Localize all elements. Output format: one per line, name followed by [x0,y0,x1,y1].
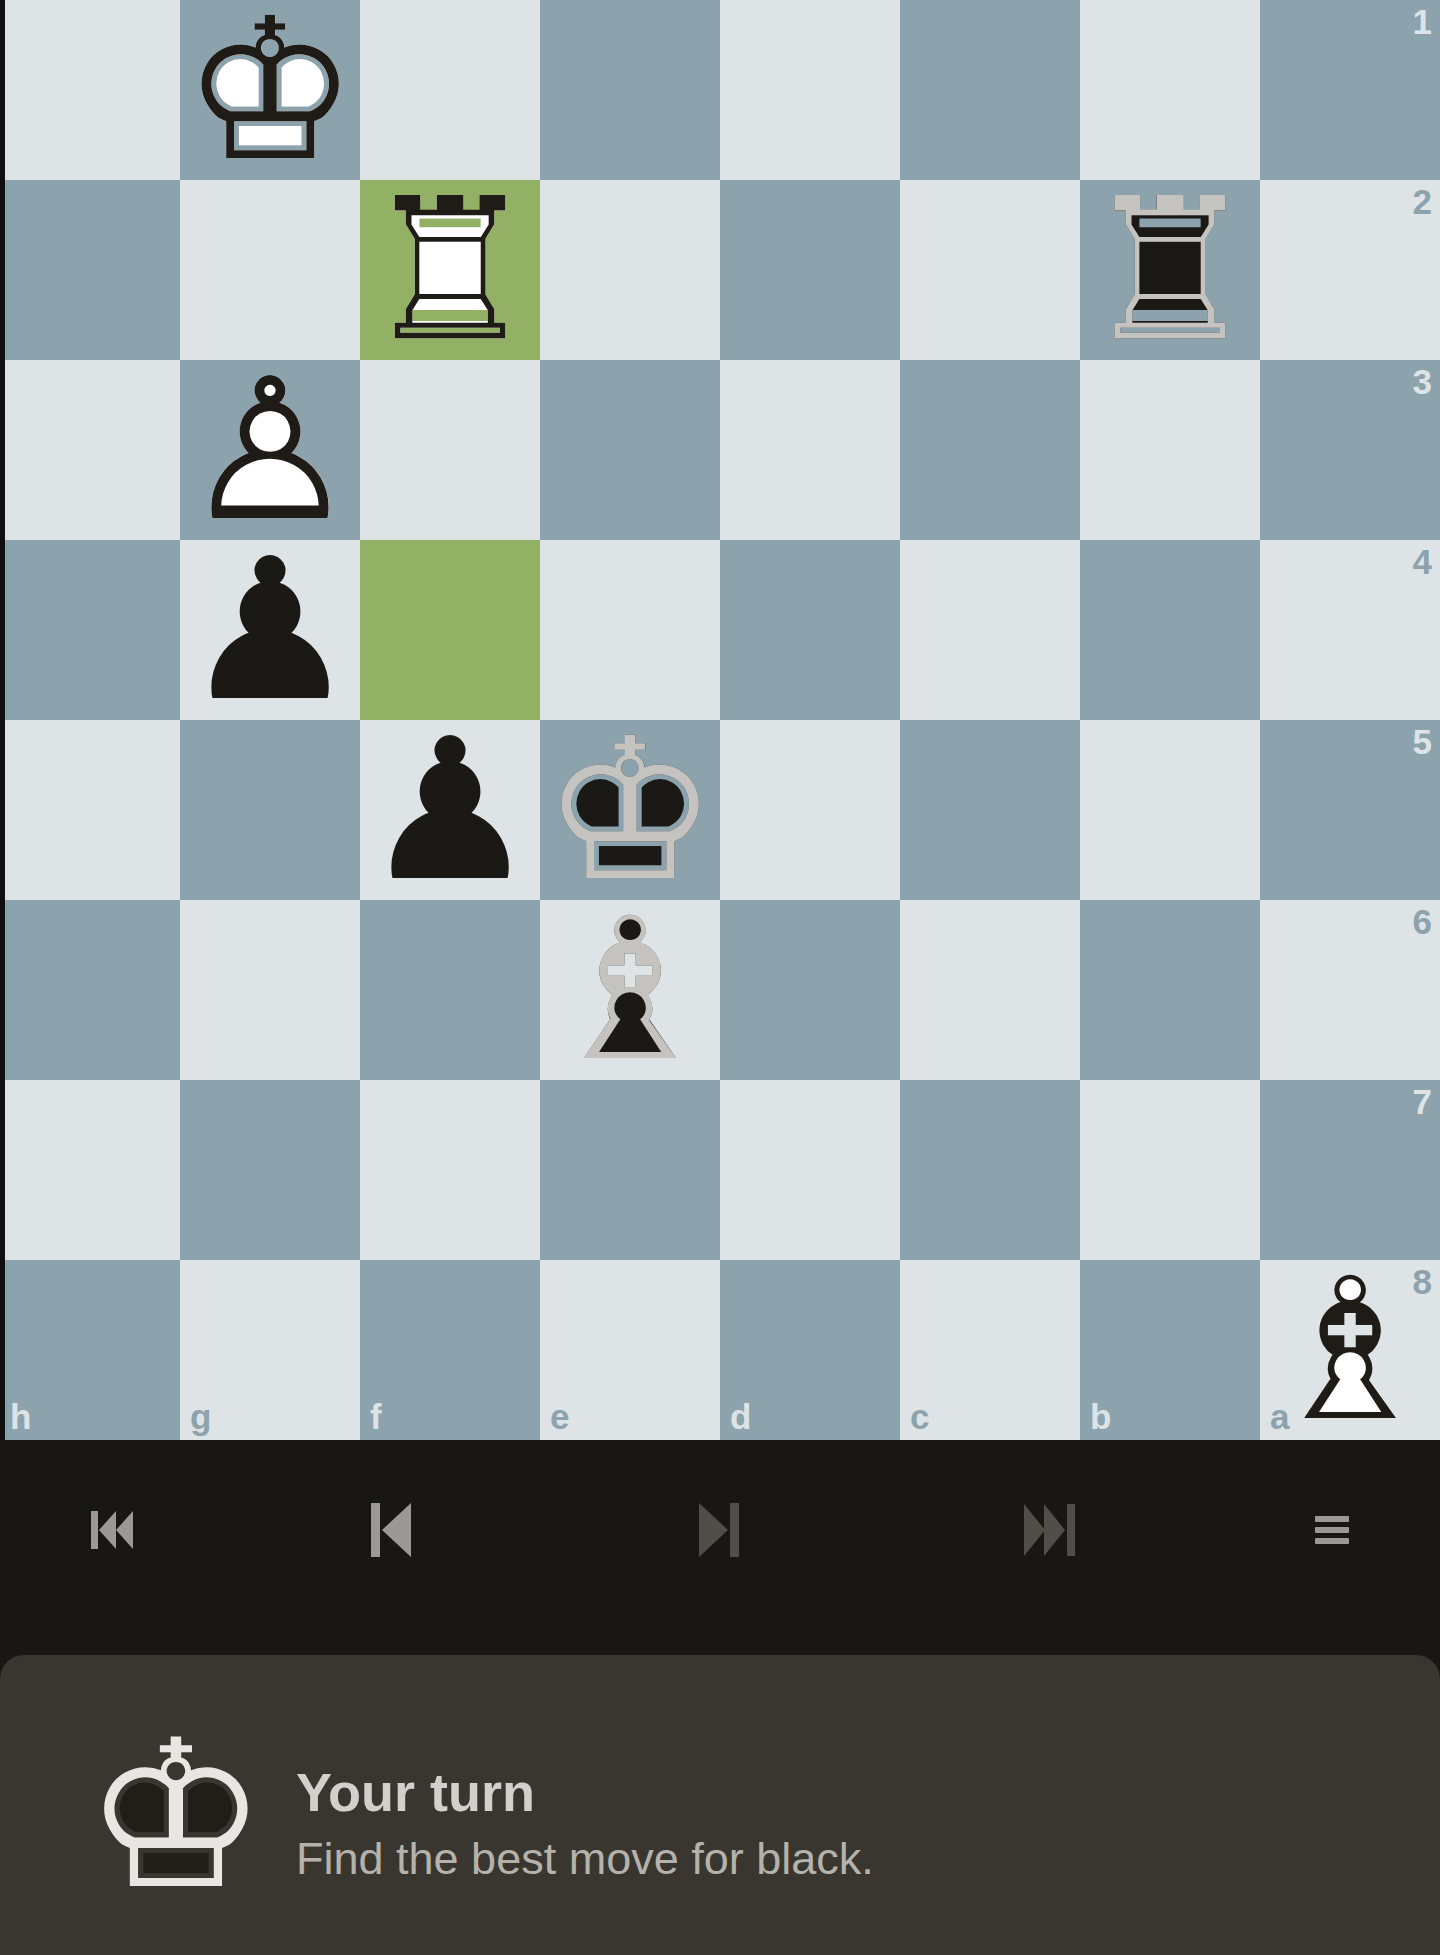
chess-board[interactable]: ♚♔1♜♖♜♖2♟♙3♟4♟♚♔5♝♗67hgfedcb8a♝♗ [0,0,1440,1440]
square-a4[interactable]: 4 [1260,540,1440,720]
square-e2[interactable] [540,180,720,360]
bottom-chrome: ♚♔ Your turn Find the best move for blac… [0,1440,1440,1955]
skip-to-start-icon [90,1510,134,1550]
rank-label-7: 7 [1413,1084,1432,1119]
square-c6[interactable] [900,900,1080,1080]
square-a7[interactable]: 7 [1260,1080,1440,1260]
rank-label-1: 1 [1413,4,1432,39]
square-g5[interactable] [180,720,360,900]
black-king-icon: ♚♔ [84,1735,244,1895]
square-f4[interactable] [360,540,540,720]
square-e7[interactable] [540,1080,720,1260]
square-c3[interactable] [900,360,1080,540]
rank-label-5: 5 [1413,724,1432,759]
rank-label-3: 3 [1413,364,1432,399]
square-g2[interactable] [180,180,360,360]
square-b5[interactable] [1080,720,1260,900]
left-bezel [0,0,5,1440]
square-f5[interactable]: ♟ [360,720,540,900]
square-e8[interactable]: e [540,1260,720,1440]
file-label-g: g [190,1399,211,1434]
square-d7[interactable] [720,1080,900,1260]
rank-label-6: 6 [1413,904,1432,939]
white-rook[interactable]: ♜♖ [360,180,540,360]
square-a6[interactable]: 6 [1260,900,1440,1080]
file-label-h: h [10,1399,31,1434]
skip-to-end-icon [1023,1504,1081,1556]
square-h8[interactable]: h [0,1260,180,1440]
square-d3[interactable] [720,360,900,540]
hamburger-menu-icon [1315,1516,1349,1544]
square-f7[interactable] [360,1080,540,1260]
square-c2[interactable] [900,180,1080,360]
square-g3[interactable]: ♟♙ [180,360,360,540]
square-d5[interactable] [720,720,900,900]
white-king[interactable]: ♚♔ [180,0,360,180]
square-d4[interactable] [720,540,900,720]
black-king[interactable]: ♚♔ [540,720,720,900]
square-c1[interactable] [900,0,1080,180]
square-b6[interactable] [1080,900,1260,1080]
status-subtitle: Find the best move for black. [296,1833,874,1885]
square-e4[interactable] [540,540,720,720]
black-bishop[interactable]: ♝♗ [540,900,720,1080]
square-h6[interactable] [0,900,180,1080]
square-g8[interactable]: g [180,1260,360,1440]
square-h1[interactable] [0,0,180,180]
square-h4[interactable] [0,540,180,720]
square-a3[interactable]: 3 [1260,360,1440,540]
status-title: Your turn [296,1763,535,1822]
file-label-d: d [730,1399,751,1434]
square-d6[interactable] [720,900,900,1080]
next-move-button[interactable] [660,1470,780,1590]
square-c4[interactable] [900,540,1080,720]
square-e5[interactable]: ♚♔ [540,720,720,900]
square-g7[interactable] [180,1080,360,1260]
square-a8[interactable]: 8a♝♗ [1260,1260,1440,1440]
square-f8[interactable]: f [360,1260,540,1440]
square-d8[interactable]: d [720,1260,900,1440]
black-pawn[interactable]: ♟ [360,720,540,900]
step-back-icon [369,1503,411,1557]
square-c8[interactable]: c [900,1260,1080,1440]
file-label-c: c [910,1399,929,1434]
square-h2[interactable] [0,180,180,360]
square-a5[interactable]: 5 [1260,720,1440,900]
file-label-e: e [550,1399,569,1434]
square-b2[interactable]: ♜♖ [1080,180,1260,360]
square-b8[interactable]: b [1080,1260,1260,1440]
square-f2[interactable]: ♜♖ [360,180,540,360]
square-b7[interactable] [1080,1080,1260,1260]
board-menu-button[interactable] [1272,1470,1392,1590]
square-e1[interactable] [540,0,720,180]
white-pawn[interactable]: ♟♙ [180,360,360,540]
square-a2[interactable]: 2 [1260,180,1440,360]
square-g1[interactable]: ♚♔ [180,0,360,180]
square-g4[interactable]: ♟ [180,540,360,720]
black-pawn[interactable]: ♟ [180,540,360,720]
square-h7[interactable] [0,1080,180,1260]
square-b3[interactable] [1080,360,1260,540]
square-g6[interactable] [180,900,360,1080]
square-f3[interactable] [360,360,540,540]
status-panel: ♚♔ Your turn Find the best move for blac… [0,1655,1440,1955]
white-bishop[interactable]: ♝♗ [1260,1260,1440,1440]
square-b4[interactable] [1080,540,1260,720]
square-f6[interactable] [360,900,540,1080]
square-a1[interactable]: 1 [1260,0,1440,180]
square-h5[interactable] [0,720,180,900]
square-b1[interactable] [1080,0,1260,180]
step-forward-icon [699,1503,741,1557]
previous-move-button[interactable] [330,1470,450,1590]
square-h3[interactable] [0,360,180,540]
file-label-f: f [370,1399,382,1434]
square-c7[interactable] [900,1080,1080,1260]
square-e6[interactable]: ♝♗ [540,900,720,1080]
file-label-b: b [1090,1399,1111,1434]
square-d1[interactable] [720,0,900,180]
last-move-button[interactable] [992,1470,1112,1590]
square-d2[interactable] [720,180,900,360]
black-rook[interactable]: ♜♖ [1080,180,1260,360]
rank-label-2: 2 [1413,184,1432,219]
square-c5[interactable] [900,720,1080,900]
first-move-button[interactable] [52,1470,172,1590]
rank-label-4: 4 [1413,544,1432,579]
square-e3[interactable] [540,360,720,540]
square-f1[interactable] [360,0,540,180]
